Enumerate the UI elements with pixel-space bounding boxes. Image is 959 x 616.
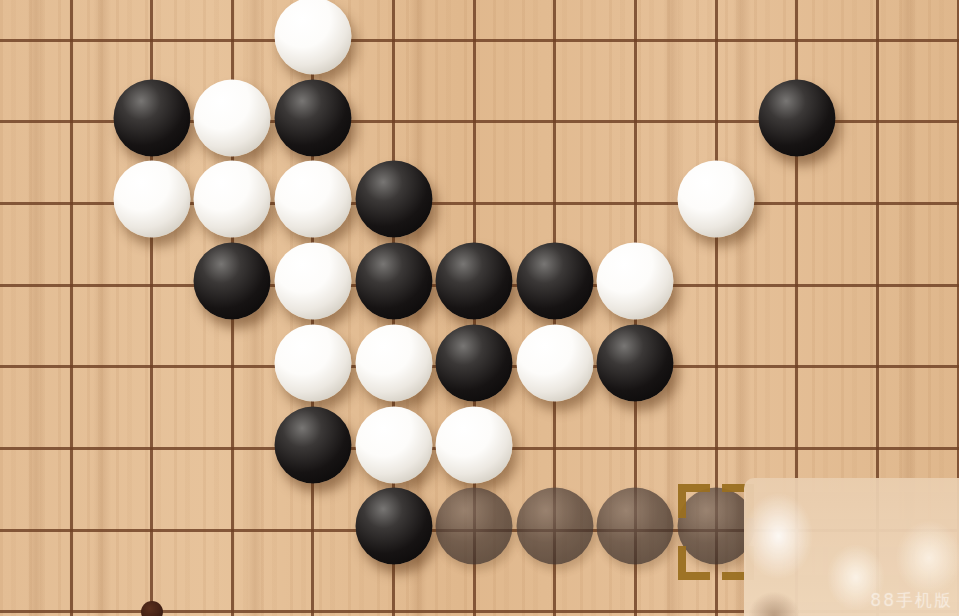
stone-black <box>355 488 432 565</box>
stone-white <box>678 161 755 238</box>
stone-black <box>758 79 835 156</box>
stone-black <box>355 243 432 320</box>
ghost-stone-black <box>597 488 674 565</box>
stone-white <box>436 406 513 483</box>
stone-white <box>355 406 432 483</box>
watermark-text: 88手机版 <box>870 589 953 612</box>
stone-white <box>113 161 190 238</box>
stone-black <box>436 243 513 320</box>
stone-white <box>194 161 271 238</box>
stone-black <box>597 324 674 401</box>
stone-black <box>274 79 351 156</box>
stone-white <box>274 243 351 320</box>
stone-black <box>194 243 271 320</box>
stone-white <box>274 0 351 75</box>
grid-line-horizontal <box>0 39 959 42</box>
ghost-stone-black <box>436 488 513 565</box>
star-point <box>141 601 163 616</box>
stone-white <box>274 161 351 238</box>
ghost-stone-black <box>516 488 593 565</box>
stone-white <box>355 324 432 401</box>
placement-cursor[interactable] <box>678 484 754 580</box>
stone-white <box>597 243 674 320</box>
stone-black <box>274 406 351 483</box>
stone-white <box>274 324 351 401</box>
blur-overlay: 88手机版 <box>744 478 959 616</box>
stone-white <box>516 324 593 401</box>
stone-black <box>113 79 190 156</box>
grid-line-vertical <box>70 0 73 616</box>
wood-grain-streak <box>93 0 111 616</box>
stone-white <box>194 79 271 156</box>
stone-black <box>355 161 432 238</box>
stone-black <box>516 243 593 320</box>
cursor-corner-tl <box>678 484 710 518</box>
cursor-corner-bl <box>678 546 710 580</box>
go-board[interactable]: 88手机版 <box>0 0 959 616</box>
stone-black <box>436 324 513 401</box>
wood-grain-streak <box>27 0 45 616</box>
